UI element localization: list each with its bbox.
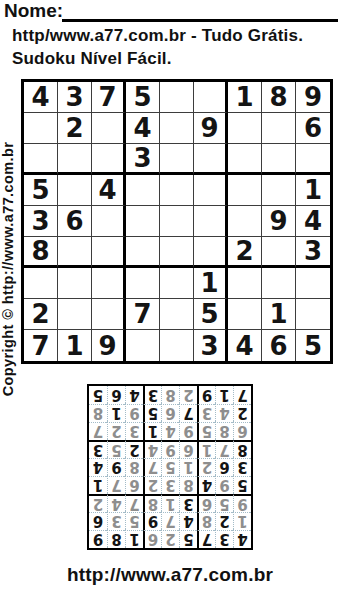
solution-cell-r7c3: 5 (197, 422, 215, 440)
puzzle-cell-r4c4[interactable] (126, 175, 160, 206)
puzzle-cell-r3c5[interactable] (160, 144, 194, 175)
puzzle-cell-r8c9[interactable] (296, 299, 330, 330)
solution-cell-r1c9: 9 (89, 530, 107, 548)
puzzle-cell-r9c3: 9 (92, 330, 126, 361)
puzzle-cell-r5c7[interactable] (228, 206, 262, 237)
solution-cell-r5c1: 3 (233, 458, 251, 476)
puzzle-cell-r6c6[interactable] (194, 237, 228, 268)
puzzle-cell-r7c6: 1 (194, 268, 228, 299)
solution-cell-r1c6: 6 (143, 530, 161, 548)
puzzle-cell-r2c7[interactable] (228, 113, 262, 144)
solution-cell-r9c4: 2 (179, 386, 197, 404)
puzzle-cell-r4c3: 4 (92, 175, 126, 206)
puzzle-cell-r9c8: 6 (262, 330, 296, 361)
site-tagline: http/www.a77.com.br - Tudo Grátis. (12, 26, 303, 46)
puzzle-cell-r9c6: 3 (194, 330, 228, 361)
puzzle-cell-r7c1[interactable] (24, 268, 58, 299)
solution-cell-r4c4: 8 (179, 476, 197, 494)
solution-cell-r6c9: 3 (89, 440, 107, 458)
puzzle-cell-r1c4: 5 (126, 82, 160, 113)
puzzle-cell-r5c1: 3 (24, 206, 58, 237)
difficulty-title: Sudoku Nível Fácil. (12, 49, 172, 69)
puzzle-cell-r3c6[interactable] (194, 144, 228, 175)
puzzle-cell-r6c9: 3 (296, 237, 330, 268)
puzzle-cell-r3c7[interactable] (228, 144, 262, 175)
solution-cell-r8c2: 4 (215, 404, 233, 422)
puzzle-cell-r8c1: 2 (24, 299, 58, 330)
solution-cell-r7c8: 2 (107, 422, 125, 440)
solution-cell-r4c6: 2 (143, 476, 161, 494)
solution-cell-r1c1: 4 (233, 530, 251, 548)
footer-url: http://www.a77.com.br (0, 564, 340, 586)
solution-cell-r2c4: 4 (179, 512, 197, 530)
solution-cell-r6c6: 4 (143, 440, 161, 458)
solution-cell-r5c4: 1 (179, 458, 197, 476)
solution-cell-r5c8: 9 (107, 458, 125, 476)
solution-cell-r3c3: 6 (197, 494, 215, 512)
solution-cell-r8c3: 3 (197, 404, 215, 422)
puzzle-cell-r1c1: 4 (24, 82, 58, 113)
name-label: Nome: (4, 1, 63, 21)
puzzle-cell-r9c4[interactable] (126, 330, 160, 361)
solution-cell-r9c8: 6 (107, 386, 125, 404)
puzzle-cell-r6c1: 8 (24, 237, 58, 268)
puzzle-cell-r2c9: 6 (296, 113, 330, 144)
puzzle-cell-r8c5[interactable] (160, 299, 194, 330)
puzzle-cell-r1c9: 9 (296, 82, 330, 113)
puzzle-cell-r1c5[interactable] (160, 82, 194, 113)
solution-cell-r3c8: 4 (107, 494, 125, 512)
puzzle-cell-r4c5[interactable] (160, 175, 194, 206)
solution-cell-r9c7: 4 (125, 386, 143, 404)
puzzle-cell-r7c7[interactable] (228, 268, 262, 299)
puzzle-cell-r5c6[interactable] (194, 206, 228, 237)
puzzle-cell-r2c6: 9 (194, 113, 228, 144)
puzzle-cell-r5c2: 6 (58, 206, 92, 237)
solution-cell-r6c8: 5 (107, 440, 125, 458)
name-fill-in-line[interactable] (62, 19, 338, 22)
solution-cell-r6c3: 1 (197, 440, 215, 458)
puzzle-cell-r4c1: 5 (24, 175, 58, 206)
solution-cell-r1c7: 1 (125, 530, 143, 548)
solution-cell-r8c8: 1 (107, 404, 125, 422)
solution-cell-r4c5: 3 (161, 476, 179, 494)
puzzle-cell-r9c7: 4 (228, 330, 262, 361)
solution-cell-r3c6: 8 (143, 494, 161, 512)
solution-cell-r4c7: 6 (125, 476, 143, 494)
solution-cell-r9c3: 9 (197, 386, 215, 404)
solution-cell-r7c1: 6 (233, 422, 251, 440)
solution-cell-r5c9: 4 (89, 458, 107, 476)
solution-cell-r2c2: 2 (215, 512, 233, 530)
solution-cell-r5c3: 2 (197, 458, 215, 476)
puzzle-cell-r7c9[interactable] (296, 268, 330, 299)
solution-cell-r8c9: 8 (89, 404, 107, 422)
solution-cell-r8c6: 5 (143, 404, 161, 422)
puzzle-cell-r8c6: 5 (194, 299, 228, 330)
puzzle-cell-r6c2[interactable] (58, 237, 92, 268)
solution-grid-upside-down: 4375261891284795369563187425948326713621… (87, 384, 253, 550)
solution-cell-r7c9: 7 (89, 422, 107, 440)
solution-cell-r2c9: 6 (89, 512, 107, 530)
puzzle-cell-r4c9: 1 (296, 175, 330, 206)
solution-cell-r8c1: 2 (233, 404, 251, 422)
solution-cell-r6c1: 8 (233, 440, 251, 458)
solution-cell-r1c2: 3 (215, 530, 233, 548)
puzzle-cell-r7c3[interactable] (92, 268, 126, 299)
solution-cell-r5c7: 8 (125, 458, 143, 476)
puzzle-cell-r5c8: 9 (262, 206, 296, 237)
solution-cell-r2c6: 9 (143, 512, 161, 530)
puzzle-cell-r8c4: 7 (126, 299, 160, 330)
puzzle-cell-r4c8[interactable] (262, 175, 296, 206)
puzzle-cell-r2c3[interactable] (92, 113, 126, 144)
puzzle-cell-r3c3[interactable] (92, 144, 126, 175)
solution-cell-r6c2: 7 (215, 440, 233, 458)
solution-cell-r6c4: 6 (179, 440, 197, 458)
solution-cell-r3c7: 7 (125, 494, 143, 512)
solution-cell-r5c6: 7 (143, 458, 161, 476)
solution-cell-r7c2: 8 (215, 422, 233, 440)
solution-cell-r4c2: 9 (215, 476, 233, 494)
solution-cell-r3c1: 9 (233, 494, 251, 512)
puzzle-cell-r6c5[interactable] (160, 237, 194, 268)
puzzle-grid: 4375189249635413694823127517193465 (21, 79, 333, 364)
puzzle-cell-r3c4: 3 (126, 144, 160, 175)
solution-cell-r9c1: 7 (233, 386, 251, 404)
puzzle-cell-r6c3[interactable] (92, 237, 126, 268)
puzzle-cell-r2c1[interactable] (24, 113, 58, 144)
puzzle-cell-r7c8[interactable] (262, 268, 296, 299)
solution-cell-r4c1: 5 (233, 476, 251, 494)
puzzle-cell-r3c2[interactable] (58, 144, 92, 175)
solution-cell-r3c9: 2 (89, 494, 107, 512)
solution-cell-r9c9: 5 (89, 386, 107, 404)
puzzle-cell-r9c1: 7 (24, 330, 58, 361)
solution-cell-r4c3: 4 (197, 476, 215, 494)
solution-cell-r9c5: 8 (161, 386, 179, 404)
solution-cell-r1c3: 7 (197, 530, 215, 548)
solution-cell-r1c4: 5 (179, 530, 197, 548)
solution-cell-r2c7: 5 (125, 512, 143, 530)
puzzle-cell-r4c6[interactable] (194, 175, 228, 206)
solution-cell-r2c3: 8 (197, 512, 215, 530)
solution-cell-r8c5: 6 (161, 404, 179, 422)
puzzle-cell-r3c9[interactable] (296, 144, 330, 175)
solution-cell-r2c1: 1 (233, 512, 251, 530)
solution-cell-r3c2: 5 (215, 494, 233, 512)
solution-cell-r5c5: 5 (161, 458, 179, 476)
solution-cell-r4c9: 1 (89, 476, 107, 494)
puzzle-cell-r5c9: 4 (296, 206, 330, 237)
solution-cell-r7c5: 4 (161, 422, 179, 440)
puzzle-cell-r2c2: 2 (58, 113, 92, 144)
solution-cell-r7c7: 3 (125, 422, 143, 440)
puzzle-cell-r5c5[interactable] (160, 206, 194, 237)
solution-cell-r8c7: 9 (125, 404, 143, 422)
solution-cell-r6c7: 2 (125, 440, 143, 458)
puzzle-cell-r7c5[interactable] (160, 268, 194, 299)
puzzle-cell-r1c7: 1 (228, 82, 262, 113)
puzzle-cell-r2c4: 4 (126, 113, 160, 144)
puzzle-cell-r1c3: 7 (92, 82, 126, 113)
puzzle-cell-r8c2[interactable] (58, 299, 92, 330)
solution-cell-r1c8: 8 (107, 530, 125, 548)
solution-cell-r5c2: 6 (215, 458, 233, 476)
copyright-vertical-text: Copyright © http://www.a77.com.br (0, 84, 18, 454)
solution-cell-r4c8: 7 (107, 476, 125, 494)
solution-cell-r3c5: 1 (161, 494, 179, 512)
puzzle-cell-r7c2[interactable] (58, 268, 92, 299)
puzzle-cell-r2c8[interactable] (262, 113, 296, 144)
solution-cell-r1c5: 2 (161, 530, 179, 548)
puzzle-cell-r6c8[interactable] (262, 237, 296, 268)
solution-cell-r9c2: 1 (215, 386, 233, 404)
solution-cell-r8c4: 7 (179, 404, 197, 422)
puzzle-cell-r1c8: 8 (262, 82, 296, 113)
solution-cell-r2c8: 3 (107, 512, 125, 530)
puzzle-cell-r3c1[interactable] (24, 144, 58, 175)
puzzle-cell-r5c3[interactable] (92, 206, 126, 237)
puzzle-cell-r5c4[interactable] (126, 206, 160, 237)
solution-cell-r7c6: 1 (143, 422, 161, 440)
puzzle-cell-r7c4[interactable] (126, 268, 160, 299)
puzzle-cell-r6c4[interactable] (126, 237, 160, 268)
solution-cell-r7c4: 9 (179, 422, 197, 440)
puzzle-cell-r4c7[interactable] (228, 175, 262, 206)
puzzle-cell-r1c2: 3 (58, 82, 92, 113)
solution-cell-r3c4: 3 (179, 494, 197, 512)
puzzle-cell-r3c8[interactable] (262, 144, 296, 175)
puzzle-cell-r8c8: 1 (262, 299, 296, 330)
puzzle-cell-r6c7: 2 (228, 237, 262, 268)
puzzle-cell-r9c9: 5 (296, 330, 330, 361)
solution-cell-r6c5: 9 (161, 440, 179, 458)
solution-cell-r2c5: 7 (161, 512, 179, 530)
puzzle-cell-r1c6[interactable] (194, 82, 228, 113)
solution-cell-r9c6: 3 (143, 386, 161, 404)
puzzle-cell-r9c2: 1 (58, 330, 92, 361)
puzzle-cell-r8c3[interactable] (92, 299, 126, 330)
puzzle-cell-r2c5[interactable] (160, 113, 194, 144)
puzzle-cell-r4c2[interactable] (58, 175, 92, 206)
puzzle-cell-r8c7[interactable] (228, 299, 262, 330)
puzzle-cell-r9c5[interactable] (160, 330, 194, 361)
